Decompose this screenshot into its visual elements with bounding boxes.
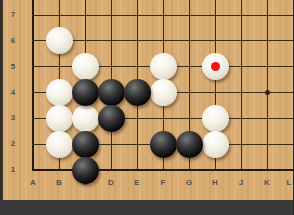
row-label-4: 4	[6, 88, 20, 97]
column-label-G: G	[183, 178, 195, 187]
go-diagram: ABCDEFGHJKL7654321	[0, 0, 293, 215]
black-stone-C2	[72, 131, 99, 158]
column-label-B: B	[53, 178, 65, 187]
grid-line-col-L	[293, 0, 294, 171]
black-stone-D3	[98, 105, 125, 132]
black-stone-E4	[124, 79, 151, 106]
row-label-3: 3	[6, 113, 20, 122]
grid-line-row-7	[32, 15, 293, 16]
last-move-marker	[211, 62, 220, 71]
bottom-bar	[0, 200, 293, 215]
white-stone-H3	[202, 105, 229, 132]
white-stone-B4	[46, 79, 73, 106]
column-label-J: J	[235, 178, 247, 187]
white-stone-C5	[72, 53, 99, 80]
black-stone-C1	[72, 157, 99, 184]
grid-line-col-J	[241, 0, 242, 171]
row-label-7: 7	[6, 10, 20, 19]
star-point-K4	[265, 90, 270, 95]
white-stone-B2	[46, 131, 73, 158]
row-label-2: 2	[6, 139, 20, 148]
column-label-L: L	[283, 178, 293, 187]
row-label-1: 1	[6, 165, 20, 174]
column-label-F: F	[157, 178, 169, 187]
column-label-K: K	[261, 178, 273, 187]
white-stone-C3	[72, 105, 99, 132]
grid-line-col-K	[267, 0, 268, 171]
column-label-A: A	[27, 178, 39, 187]
white-stone-H5	[202, 53, 229, 80]
black-stone-G2	[176, 131, 203, 158]
white-stone-B6	[46, 27, 73, 54]
white-stone-F4	[150, 79, 177, 106]
black-stone-C4	[72, 79, 99, 106]
white-stone-F5	[150, 53, 177, 80]
white-stone-H2	[202, 131, 229, 158]
grid-line-col-A	[32, 0, 34, 171]
column-label-H: H	[209, 178, 221, 187]
black-stone-F2	[150, 131, 177, 158]
row-label-5: 5	[6, 62, 20, 71]
black-stone-D4	[98, 79, 125, 106]
column-label-E: E	[131, 178, 143, 187]
row-label-6: 6	[6, 36, 20, 45]
board-left-edge	[0, 0, 3, 200]
column-label-D: D	[105, 178, 117, 187]
white-stone-B3	[46, 105, 73, 132]
